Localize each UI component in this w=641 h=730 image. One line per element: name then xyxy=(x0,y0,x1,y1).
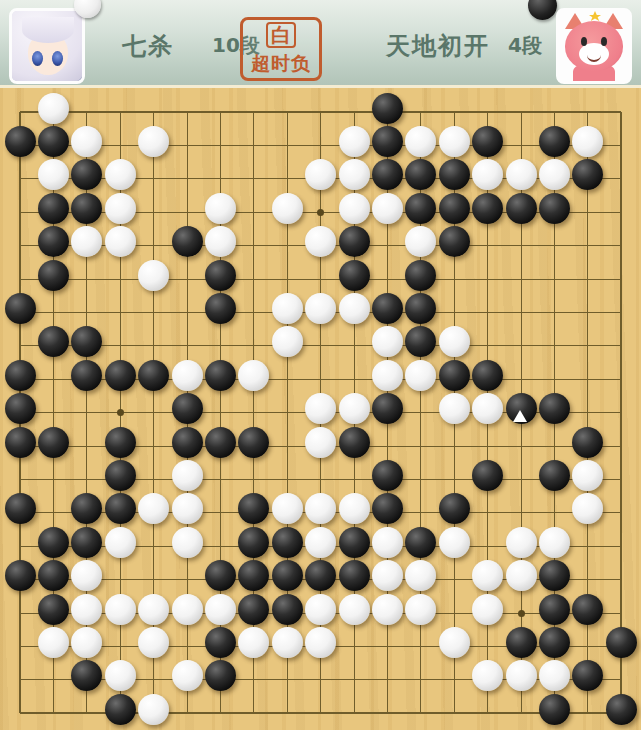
result-seal-reason: 超时负 xyxy=(251,48,311,78)
black-stone[interactable] xyxy=(205,293,236,324)
white-stone[interactable] xyxy=(372,360,403,391)
black-stone[interactable] xyxy=(339,427,370,458)
star-point xyxy=(518,610,525,617)
black-stone[interactable] xyxy=(172,393,203,424)
white-stone[interactable] xyxy=(339,193,370,224)
black-stone[interactable] xyxy=(472,460,503,491)
black-stone[interactable] xyxy=(105,360,136,391)
white-stone[interactable] xyxy=(439,527,470,558)
white-stone[interactable] xyxy=(305,293,336,324)
white-stone[interactable] xyxy=(439,326,470,357)
white-stone[interactable] xyxy=(372,594,403,625)
left-player-name: 七杀 xyxy=(122,30,174,62)
white-stone[interactable] xyxy=(506,159,537,190)
white-stone[interactable] xyxy=(205,226,236,257)
result-seal-winner: 白 xyxy=(266,22,296,48)
black-stone[interactable] xyxy=(205,627,236,658)
avatar-girl-bangs xyxy=(22,17,74,43)
white-stone[interactable] xyxy=(539,527,570,558)
black-stone[interactable] xyxy=(238,527,269,558)
white-stone[interactable] xyxy=(172,360,203,391)
black-stone[interactable] xyxy=(439,226,470,257)
star-point xyxy=(317,209,324,216)
white-stone[interactable] xyxy=(572,460,603,491)
black-stone[interactable] xyxy=(539,560,570,591)
white-stone[interactable] xyxy=(138,493,169,524)
black-stone[interactable] xyxy=(38,126,69,157)
black-stone[interactable] xyxy=(105,493,136,524)
black-stone[interactable] xyxy=(71,326,102,357)
white-stone[interactable] xyxy=(539,660,570,691)
white-stone[interactable] xyxy=(305,427,336,458)
white-stone[interactable] xyxy=(105,660,136,691)
black-stone[interactable] xyxy=(472,193,503,224)
avatar-girl-eye xyxy=(52,51,63,66)
black-stone[interactable] xyxy=(105,460,136,491)
white-stone[interactable] xyxy=(105,159,136,190)
white-stone[interactable] xyxy=(439,393,470,424)
black-stone[interactable] xyxy=(38,326,69,357)
white-stone[interactable] xyxy=(339,293,370,324)
avatar-tiger-eye xyxy=(601,37,607,46)
right-player-avatar[interactable] xyxy=(556,8,632,84)
white-stone[interactable] xyxy=(472,660,503,691)
black-stone[interactable] xyxy=(5,560,36,591)
black-stone[interactable] xyxy=(238,594,269,625)
black-stone[interactable] xyxy=(71,193,102,224)
black-stone[interactable] xyxy=(372,493,403,524)
white-stone[interactable] xyxy=(172,460,203,491)
white-stone[interactable] xyxy=(572,493,603,524)
black-stone[interactable] xyxy=(38,560,69,591)
black-stone[interactable] xyxy=(272,560,303,591)
black-stone[interactable] xyxy=(238,560,269,591)
black-stone[interactable] xyxy=(71,493,102,524)
black-stone[interactable] xyxy=(339,560,370,591)
white-stone[interactable] xyxy=(272,627,303,658)
black-stone-badge-icon xyxy=(528,0,557,20)
white-stone[interactable] xyxy=(38,159,69,190)
white-stone[interactable] xyxy=(472,159,503,190)
white-stone[interactable] xyxy=(339,159,370,190)
white-stone[interactable] xyxy=(372,193,403,224)
white-stone[interactable] xyxy=(138,126,169,157)
white-stone[interactable] xyxy=(105,193,136,224)
black-stone[interactable] xyxy=(506,193,537,224)
white-stone[interactable] xyxy=(305,393,336,424)
white-stone[interactable] xyxy=(339,126,370,157)
black-stone[interactable] xyxy=(372,159,403,190)
black-stone[interactable] xyxy=(572,427,603,458)
right-player-rank: 4段 xyxy=(508,32,542,59)
white-stone[interactable] xyxy=(71,594,102,625)
white-stone[interactable] xyxy=(339,493,370,524)
black-stone[interactable] xyxy=(372,460,403,491)
white-stone[interactable] xyxy=(305,159,336,190)
black-stone[interactable] xyxy=(71,527,102,558)
star-point xyxy=(117,409,124,416)
right-player-name: 天地初开 xyxy=(386,30,490,62)
black-stone[interactable] xyxy=(5,360,36,391)
white-stone[interactable] xyxy=(472,560,503,591)
white-stone[interactable] xyxy=(405,360,436,391)
black-stone[interactable] xyxy=(606,694,637,725)
black-stone[interactable] xyxy=(71,360,102,391)
white-stone[interactable] xyxy=(71,627,102,658)
left-player-avatar[interactable] xyxy=(9,8,85,84)
white-stone[interactable] xyxy=(372,527,403,558)
black-stone[interactable] xyxy=(572,660,603,691)
white-stone[interactable] xyxy=(439,627,470,658)
black-stone[interactable] xyxy=(572,594,603,625)
black-stone[interactable] xyxy=(339,527,370,558)
white-stone[interactable] xyxy=(305,627,336,658)
white-stone[interactable] xyxy=(71,226,102,257)
white-stone[interactable] xyxy=(272,193,303,224)
black-stone[interactable] xyxy=(105,694,136,725)
black-stone[interactable] xyxy=(272,594,303,625)
black-stone[interactable] xyxy=(539,393,570,424)
black-stone[interactable] xyxy=(472,360,503,391)
white-stone[interactable] xyxy=(272,493,303,524)
white-stone[interactable] xyxy=(539,159,570,190)
black-stone[interactable] xyxy=(138,360,169,391)
white-stone[interactable] xyxy=(372,326,403,357)
black-stone[interactable] xyxy=(5,393,36,424)
white-stone[interactable] xyxy=(205,193,236,224)
black-stone[interactable] xyxy=(205,360,236,391)
black-stone[interactable] xyxy=(38,260,69,291)
black-stone[interactable] xyxy=(71,159,102,190)
white-stone[interactable] xyxy=(472,594,503,625)
white-stone[interactable] xyxy=(305,594,336,625)
last-move-triangle-marker xyxy=(513,410,527,422)
white-stone[interactable] xyxy=(506,527,537,558)
white-stone[interactable] xyxy=(506,660,537,691)
black-stone[interactable] xyxy=(405,260,436,291)
black-stone[interactable] xyxy=(539,627,570,658)
black-stone[interactable] xyxy=(205,260,236,291)
grid-line-vertical xyxy=(620,112,622,713)
black-stone[interactable] xyxy=(172,427,203,458)
white-stone[interactable] xyxy=(38,627,69,658)
black-stone[interactable] xyxy=(439,159,470,190)
white-stone[interactable] xyxy=(138,260,169,291)
white-stone[interactable] xyxy=(205,594,236,625)
black-stone[interactable] xyxy=(606,627,637,658)
black-stone[interactable] xyxy=(172,226,203,257)
white-stone[interactable] xyxy=(105,527,136,558)
black-stone[interactable] xyxy=(506,393,537,424)
black-stone[interactable] xyxy=(539,193,570,224)
black-stone[interactable] xyxy=(439,493,470,524)
black-stone[interactable] xyxy=(238,493,269,524)
black-stone[interactable] xyxy=(5,493,36,524)
avatar-tiger-eye xyxy=(581,37,587,46)
white-stone[interactable] xyxy=(138,594,169,625)
black-stone[interactable] xyxy=(205,427,236,458)
black-stone[interactable] xyxy=(572,159,603,190)
black-stone[interactable] xyxy=(372,93,403,124)
black-stone[interactable] xyxy=(5,427,36,458)
black-stone[interactable] xyxy=(539,460,570,491)
black-stone[interactable] xyxy=(305,560,336,591)
black-stone[interactable] xyxy=(38,594,69,625)
black-stone[interactable] xyxy=(5,126,36,157)
white-stone[interactable] xyxy=(105,226,136,257)
black-stone[interactable] xyxy=(5,293,36,324)
black-stone[interactable] xyxy=(38,226,69,257)
black-stone[interactable] xyxy=(405,293,436,324)
white-stone[interactable] xyxy=(138,627,169,658)
white-stone[interactable] xyxy=(405,560,436,591)
black-stone[interactable] xyxy=(38,193,69,224)
white-stone[interactable] xyxy=(138,694,169,725)
black-stone[interactable] xyxy=(205,660,236,691)
black-stone[interactable] xyxy=(339,260,370,291)
go-board[interactable] xyxy=(0,88,641,730)
white-stone[interactable] xyxy=(339,393,370,424)
white-stone[interactable] xyxy=(172,594,203,625)
white-stone[interactable] xyxy=(572,126,603,157)
black-stone[interactable] xyxy=(539,694,570,725)
white-stone[interactable] xyxy=(372,560,403,591)
white-stone[interactable] xyxy=(272,293,303,324)
white-stone[interactable] xyxy=(238,360,269,391)
white-stone[interactable] xyxy=(472,393,503,424)
white-stone[interactable] xyxy=(305,493,336,524)
black-stone[interactable] xyxy=(472,126,503,157)
black-stone[interactable] xyxy=(405,193,436,224)
black-stone[interactable] xyxy=(439,193,470,224)
black-stone[interactable] xyxy=(506,627,537,658)
white-stone[interactable] xyxy=(405,594,436,625)
white-stone[interactable] xyxy=(172,527,203,558)
black-stone[interactable] xyxy=(272,527,303,558)
white-stone[interactable] xyxy=(305,527,336,558)
result-seal: 白 超时负 xyxy=(240,17,322,81)
white-stone[interactable] xyxy=(339,594,370,625)
white-stone[interactable] xyxy=(38,93,69,124)
black-stone[interactable] xyxy=(539,126,570,157)
white-stone[interactable] xyxy=(71,126,102,157)
black-stone[interactable] xyxy=(372,293,403,324)
black-stone[interactable] xyxy=(405,159,436,190)
black-stone[interactable] xyxy=(539,594,570,625)
white-stone[interactable] xyxy=(506,560,537,591)
white-stone[interactable] xyxy=(305,226,336,257)
white-stone[interactable] xyxy=(172,493,203,524)
black-stone[interactable] xyxy=(205,560,236,591)
game-header: 七杀 10段 白 超时负 天地初开 4段 xyxy=(0,0,641,85)
white-stone[interactable] xyxy=(105,594,136,625)
black-stone[interactable] xyxy=(405,527,436,558)
white-stone[interactable] xyxy=(172,660,203,691)
black-stone[interactable] xyxy=(71,660,102,691)
white-stone[interactable] xyxy=(71,560,102,591)
black-stone[interactable] xyxy=(439,360,470,391)
black-stone[interactable] xyxy=(372,126,403,157)
avatar-tiger-crown xyxy=(589,11,601,21)
avatar-girl-eye xyxy=(32,51,43,66)
black-stone[interactable] xyxy=(405,326,436,357)
black-stone[interactable] xyxy=(38,427,69,458)
black-stone[interactable] xyxy=(105,427,136,458)
white-stone[interactable] xyxy=(405,126,436,157)
white-stone[interactable] xyxy=(272,326,303,357)
black-stone[interactable] xyxy=(339,226,370,257)
black-stone[interactable] xyxy=(238,427,269,458)
white-stone[interactable] xyxy=(439,126,470,157)
white-stone[interactable] xyxy=(238,627,269,658)
black-stone[interactable] xyxy=(38,527,69,558)
black-stone[interactable] xyxy=(372,393,403,424)
white-stone[interactable] xyxy=(405,226,436,257)
